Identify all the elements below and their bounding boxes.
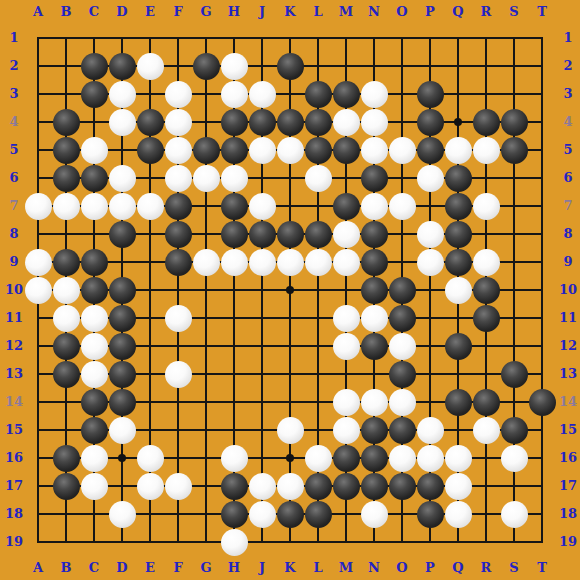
stone-white-C11	[81, 305, 108, 332]
coord-label-row-4-right: 4	[554, 115, 580, 129]
stone-black-C6	[81, 165, 108, 192]
stone-black-K18	[277, 501, 304, 528]
stone-white-D18	[109, 501, 136, 528]
stone-white-H6	[221, 165, 248, 192]
stone-white-O7	[389, 193, 416, 220]
stone-white-R15	[473, 417, 500, 444]
stone-black-B12	[53, 333, 80, 360]
stone-black-H7	[221, 193, 248, 220]
coord-label-col-E-top: E	[136, 5, 164, 19]
coord-label-row-14-right: 14	[554, 395, 580, 409]
stone-white-N4	[361, 109, 388, 136]
stone-white-M11	[333, 305, 360, 332]
stone-black-B5	[53, 137, 80, 164]
coord-label-row-4-left: 4	[0, 115, 28, 129]
stone-black-M16	[333, 445, 360, 472]
stone-white-R5	[473, 137, 500, 164]
stone-black-D13	[109, 361, 136, 388]
coord-label-row-17-right: 17	[554, 479, 580, 493]
coord-label-row-13-right: 13	[554, 367, 580, 381]
coord-label-col-J-top: J	[248, 5, 276, 19]
stone-black-N8	[361, 221, 388, 248]
stone-white-A9	[25, 249, 52, 276]
stone-black-O11	[389, 305, 416, 332]
stone-black-S5	[501, 137, 528, 164]
stone-white-B10	[53, 277, 80, 304]
stone-black-L5	[305, 137, 332, 164]
coord-label-row-15-right: 15	[554, 423, 580, 437]
stone-white-D4	[109, 109, 136, 136]
stone-white-O12	[389, 333, 416, 360]
stone-white-J9	[249, 249, 276, 276]
stone-white-P9	[417, 249, 444, 276]
stone-black-M17	[333, 473, 360, 500]
stone-black-K8	[277, 221, 304, 248]
stone-black-J8	[249, 221, 276, 248]
stone-white-P6	[417, 165, 444, 192]
stone-white-H3	[221, 81, 248, 108]
coord-label-row-19-left: 19	[0, 535, 28, 549]
stone-black-H8	[221, 221, 248, 248]
stone-black-P17	[417, 473, 444, 500]
stone-white-C17	[81, 473, 108, 500]
stone-white-L6	[305, 165, 332, 192]
stone-black-S15	[501, 417, 528, 444]
stone-white-F4	[165, 109, 192, 136]
stone-white-N14	[361, 389, 388, 416]
stone-white-D7	[109, 193, 136, 220]
stone-black-M3	[333, 81, 360, 108]
stone-black-C3	[81, 81, 108, 108]
stone-black-D8	[109, 221, 136, 248]
coord-label-row-10-right: 10	[554, 283, 580, 297]
coord-label-col-K-top: K	[276, 5, 304, 19]
coord-label-col-R-top: R	[472, 5, 500, 19]
stone-white-E2	[137, 53, 164, 80]
coord-label-col-A-top: A	[24, 5, 52, 19]
coord-label-col-H-bottom: H	[220, 561, 248, 575]
stone-white-N5	[361, 137, 388, 164]
stone-black-H4	[221, 109, 248, 136]
stone-black-C2	[81, 53, 108, 80]
stone-white-C12	[81, 333, 108, 360]
stone-black-L18	[305, 501, 332, 528]
coord-label-col-T-top: T	[528, 5, 556, 19]
stone-white-M9	[333, 249, 360, 276]
coord-label-row-16-right: 16	[554, 451, 580, 465]
stone-black-Q12	[445, 333, 472, 360]
stone-black-B9	[53, 249, 80, 276]
stone-white-N11	[361, 305, 388, 332]
stone-white-M12	[333, 333, 360, 360]
stone-black-N12	[361, 333, 388, 360]
stone-black-C15	[81, 417, 108, 444]
stone-black-D12	[109, 333, 136, 360]
coord-label-col-O-bottom: O	[388, 561, 416, 575]
stone-black-K4	[277, 109, 304, 136]
stone-black-P4	[417, 109, 444, 136]
stone-black-R14	[473, 389, 500, 416]
stone-white-S18	[501, 501, 528, 528]
coord-label-col-C-top: C	[80, 5, 108, 19]
stone-black-N17	[361, 473, 388, 500]
stone-white-J7	[249, 193, 276, 220]
stone-white-H9	[221, 249, 248, 276]
stone-black-L17	[305, 473, 332, 500]
coord-label-col-N-top: N	[360, 5, 388, 19]
star-point-Q4	[454, 118, 462, 126]
stone-white-C7	[81, 193, 108, 220]
stone-black-G5	[193, 137, 220, 164]
coord-label-col-G-bottom: G	[192, 561, 220, 575]
coord-label-row-9-left: 9	[0, 255, 28, 269]
coord-label-col-E-bottom: E	[136, 561, 164, 575]
coord-label-row-1-right: 1	[554, 31, 580, 45]
coord-label-col-A-bottom: A	[24, 561, 52, 575]
star-point-D16	[118, 454, 126, 462]
stone-black-N10	[361, 277, 388, 304]
stone-black-R4	[473, 109, 500, 136]
coord-label-row-3-right: 3	[554, 87, 580, 101]
coord-label-row-1-left: 1	[0, 31, 28, 45]
coord-label-row-18-left: 18	[0, 507, 28, 521]
stone-black-E5	[137, 137, 164, 164]
stone-white-L9	[305, 249, 332, 276]
stone-black-N16	[361, 445, 388, 472]
coord-label-col-K-bottom: K	[276, 561, 304, 575]
coord-label-row-16-left: 16	[0, 451, 28, 465]
coord-label-row-18-right: 18	[554, 507, 580, 521]
coord-label-col-F-bottom: F	[164, 561, 192, 575]
stone-white-F17	[165, 473, 192, 500]
stone-white-C13	[81, 361, 108, 388]
coord-label-col-D-top: D	[108, 5, 136, 19]
stone-black-O10	[389, 277, 416, 304]
stone-white-R7	[473, 193, 500, 220]
stone-white-L16	[305, 445, 332, 472]
grid-line-horizontal	[37, 541, 543, 543]
stone-black-P18	[417, 501, 444, 528]
stone-black-B17	[53, 473, 80, 500]
stone-white-Q5	[445, 137, 472, 164]
coord-label-row-14-left: 14	[0, 395, 28, 409]
stone-black-L8	[305, 221, 332, 248]
stone-white-K5	[277, 137, 304, 164]
coord-label-col-B-top: B	[52, 5, 80, 19]
stone-white-K15	[277, 417, 304, 444]
stone-white-F6	[165, 165, 192, 192]
stone-black-S4	[501, 109, 528, 136]
stone-black-C9	[81, 249, 108, 276]
coord-label-row-13-left: 13	[0, 367, 28, 381]
stone-white-M4	[333, 109, 360, 136]
grid-line-vertical	[541, 37, 543, 543]
coord-label-col-S-top: S	[500, 5, 528, 19]
stone-white-M15	[333, 417, 360, 444]
stone-white-P8	[417, 221, 444, 248]
stone-black-D11	[109, 305, 136, 332]
coord-label-col-N-bottom: N	[360, 561, 388, 575]
coord-label-row-5-right: 5	[554, 143, 580, 157]
coord-label-row-6-right: 6	[554, 171, 580, 185]
stone-white-C16	[81, 445, 108, 472]
coord-label-col-B-bottom: B	[52, 561, 80, 575]
stone-black-M7	[333, 193, 360, 220]
stone-white-H19	[221, 529, 248, 556]
coord-label-col-F-top: F	[164, 5, 192, 19]
stone-black-P3	[417, 81, 444, 108]
stone-white-E7	[137, 193, 164, 220]
coord-label-col-G-top: G	[192, 5, 220, 19]
stone-black-B6	[53, 165, 80, 192]
stone-black-O17	[389, 473, 416, 500]
stone-black-N15	[361, 417, 388, 444]
stone-white-F3	[165, 81, 192, 108]
coord-label-row-12-left: 12	[0, 339, 28, 353]
stone-black-D14	[109, 389, 136, 416]
stone-white-M8	[333, 221, 360, 248]
stone-white-D15	[109, 417, 136, 444]
coord-label-row-12-right: 12	[554, 339, 580, 353]
stone-black-Q14	[445, 389, 472, 416]
stone-white-N7	[361, 193, 388, 220]
coord-label-col-D-bottom: D	[108, 561, 136, 575]
stone-white-O5	[389, 137, 416, 164]
stone-black-B4	[53, 109, 80, 136]
coord-label-col-C-bottom: C	[80, 561, 108, 575]
coord-label-row-11-left: 11	[0, 311, 28, 325]
go-board[interactable]: AABBCCDDEEFFGGHHJJKKLLMMNNOOPPQQRRSSTT11…	[0, 0, 580, 580]
coord-label-row-19-right: 19	[554, 535, 580, 549]
stone-black-C14	[81, 389, 108, 416]
stone-black-Q6	[445, 165, 472, 192]
stone-black-Q9	[445, 249, 472, 276]
coord-label-row-8-right: 8	[554, 227, 580, 241]
coord-label-row-11-right: 11	[554, 311, 580, 325]
stone-black-J4	[249, 109, 276, 136]
stone-white-P15	[417, 417, 444, 444]
stone-black-D10	[109, 277, 136, 304]
stone-black-P5	[417, 137, 444, 164]
coord-label-col-L-top: L	[304, 5, 332, 19]
coord-label-col-O-top: O	[388, 5, 416, 19]
stone-white-N3	[361, 81, 388, 108]
star-point-K10	[286, 286, 294, 294]
coord-label-row-2-right: 2	[554, 59, 580, 73]
stone-black-F9	[165, 249, 192, 276]
stone-black-H18	[221, 501, 248, 528]
stone-white-B7	[53, 193, 80, 220]
stone-black-F8	[165, 221, 192, 248]
coord-label-col-Q-bottom: Q	[444, 561, 472, 575]
coord-label-col-Q-top: Q	[444, 5, 472, 19]
stone-white-J18	[249, 501, 276, 528]
star-point-K16	[286, 454, 294, 462]
stone-black-O13	[389, 361, 416, 388]
stone-black-K2	[277, 53, 304, 80]
stone-black-O15	[389, 417, 416, 444]
stone-white-J3	[249, 81, 276, 108]
coord-label-col-S-bottom: S	[500, 561, 528, 575]
stone-black-L3	[305, 81, 332, 108]
stone-black-S13	[501, 361, 528, 388]
stone-black-R10	[473, 277, 500, 304]
stone-black-D2	[109, 53, 136, 80]
stone-white-H2	[221, 53, 248, 80]
stone-black-Q7	[445, 193, 472, 220]
coord-label-row-7-right: 7	[554, 199, 580, 213]
coord-label-col-H-top: H	[220, 5, 248, 19]
coord-label-col-T-bottom: T	[528, 561, 556, 575]
stone-black-C10	[81, 277, 108, 304]
stone-white-F5	[165, 137, 192, 164]
coord-label-row-10-left: 10	[0, 283, 28, 297]
coord-label-row-2-left: 2	[0, 59, 28, 73]
stone-white-C5	[81, 137, 108, 164]
coord-label-row-15-left: 15	[0, 423, 28, 437]
stone-black-H17	[221, 473, 248, 500]
stone-black-E4	[137, 109, 164, 136]
stone-black-N9	[361, 249, 388, 276]
stone-black-M5	[333, 137, 360, 164]
stone-white-E16	[137, 445, 164, 472]
stone-white-R9	[473, 249, 500, 276]
coord-label-row-17-left: 17	[0, 479, 28, 493]
coord-label-col-J-bottom: J	[248, 561, 276, 575]
stone-white-G6	[193, 165, 220, 192]
coord-label-col-L-bottom: L	[304, 561, 332, 575]
coord-label-col-P-top: P	[416, 5, 444, 19]
coord-label-row-9-right: 9	[554, 255, 580, 269]
stone-white-A7	[25, 193, 52, 220]
stone-white-O16	[389, 445, 416, 472]
stone-white-Q10	[445, 277, 472, 304]
stone-white-D3	[109, 81, 136, 108]
stone-white-K17	[277, 473, 304, 500]
stone-white-J17	[249, 473, 276, 500]
coord-label-row-6-left: 6	[0, 171, 28, 185]
stone-white-H16	[221, 445, 248, 472]
stone-black-F7	[165, 193, 192, 220]
stone-black-Q8	[445, 221, 472, 248]
coord-label-col-P-bottom: P	[416, 561, 444, 575]
stone-black-N6	[361, 165, 388, 192]
stone-white-Q17	[445, 473, 472, 500]
stone-white-E17	[137, 473, 164, 500]
coord-label-col-M-top: M	[332, 5, 360, 19]
stone-black-G2	[193, 53, 220, 80]
stone-white-B11	[53, 305, 80, 332]
coord-label-row-7-left: 7	[0, 199, 28, 213]
stone-white-F13	[165, 361, 192, 388]
stone-white-D6	[109, 165, 136, 192]
stone-white-F11	[165, 305, 192, 332]
stone-white-N18	[361, 501, 388, 528]
stone-white-M14	[333, 389, 360, 416]
stone-white-S16	[501, 445, 528, 472]
stone-black-H5	[221, 137, 248, 164]
stone-white-A10	[25, 277, 52, 304]
coord-label-row-5-left: 5	[0, 143, 28, 157]
stone-white-K9	[277, 249, 304, 276]
stone-black-R11	[473, 305, 500, 332]
stone-black-L4	[305, 109, 332, 136]
stone-black-B16	[53, 445, 80, 472]
stone-white-P16	[417, 445, 444, 472]
stone-black-T14	[529, 389, 556, 416]
stone-white-Q16	[445, 445, 472, 472]
stone-white-G9	[193, 249, 220, 276]
stone-black-B13	[53, 361, 80, 388]
coord-label-row-8-left: 8	[0, 227, 28, 241]
stone-white-O14	[389, 389, 416, 416]
coord-label-col-R-bottom: R	[472, 561, 500, 575]
stone-white-Q18	[445, 501, 472, 528]
coord-label-col-M-bottom: M	[332, 561, 360, 575]
coord-label-row-3-left: 3	[0, 87, 28, 101]
stone-white-J5	[249, 137, 276, 164]
